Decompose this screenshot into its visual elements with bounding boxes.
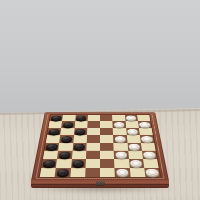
square-c2[interactable] xyxy=(71,159,86,168)
black-piece-b7[interactable] xyxy=(63,122,74,127)
square-h2[interactable] xyxy=(143,159,159,168)
board-front-edge xyxy=(31,180,169,188)
square-c7[interactable] xyxy=(74,121,87,128)
black-piece-a4[interactable] xyxy=(46,144,58,150)
wall-background xyxy=(0,0,200,120)
square-h7[interactable] xyxy=(138,121,152,128)
square-e5[interactable] xyxy=(100,135,114,143)
piece-ring xyxy=(50,130,58,133)
square-b2[interactable] xyxy=(56,159,71,168)
square-d3[interactable] xyxy=(86,151,100,159)
square-g1[interactable] xyxy=(129,168,145,177)
piece-ring xyxy=(59,170,68,174)
checkers-board xyxy=(31,112,169,181)
piece-ring xyxy=(118,170,126,174)
white-piece-g8[interactable] xyxy=(126,116,137,121)
square-d1[interactable] xyxy=(85,168,100,177)
square-a1[interactable] xyxy=(40,168,56,177)
square-e4[interactable] xyxy=(100,143,114,151)
black-piece-c2[interactable] xyxy=(72,160,84,166)
clasp-icon xyxy=(96,181,105,186)
square-a3[interactable] xyxy=(43,151,58,159)
piece-ring xyxy=(143,137,151,141)
square-b6[interactable] xyxy=(60,128,74,135)
square-h5[interactable] xyxy=(140,135,155,143)
square-g4[interactable] xyxy=(127,143,142,151)
square-a6[interactable] xyxy=(47,128,61,135)
square-f3[interactable] xyxy=(114,151,129,159)
square-f7[interactable] xyxy=(113,121,126,128)
square-b1[interactable] xyxy=(55,168,71,177)
square-h6[interactable] xyxy=(139,128,153,135)
square-h1[interactable] xyxy=(144,168,160,177)
square-d6[interactable] xyxy=(87,128,100,135)
piece-ring xyxy=(64,123,71,126)
square-h4[interactable] xyxy=(141,143,156,151)
piece-ring xyxy=(117,153,125,157)
black-piece-c6[interactable] xyxy=(75,129,86,134)
piece-ring xyxy=(128,116,135,119)
piece-ring xyxy=(63,137,71,141)
square-e6[interactable] xyxy=(100,128,113,135)
black-piece-b1[interactable] xyxy=(56,169,69,176)
photo-scene xyxy=(0,0,200,200)
black-piece-c4[interactable] xyxy=(74,144,86,150)
piece-ring xyxy=(141,123,148,126)
white-piece-f7[interactable] xyxy=(114,122,125,127)
white-piece-h7[interactable] xyxy=(139,122,150,127)
square-f1[interactable] xyxy=(115,168,130,177)
piece-ring xyxy=(132,161,140,165)
black-piece-a6[interactable] xyxy=(48,129,60,134)
square-b7[interactable] xyxy=(61,121,75,128)
square-c6[interactable] xyxy=(74,128,88,135)
board-perspective-wrap xyxy=(31,112,169,181)
black-piece-a8[interactable] xyxy=(51,116,62,121)
square-e3[interactable] xyxy=(100,151,114,159)
square-e1[interactable] xyxy=(100,168,115,177)
white-piece-f1[interactable] xyxy=(116,169,129,176)
square-f4[interactable] xyxy=(114,143,128,151)
piece-ring xyxy=(145,153,153,157)
white-piece-g2[interactable] xyxy=(130,160,143,166)
square-a5[interactable] xyxy=(46,135,61,143)
square-c3[interactable] xyxy=(71,151,86,159)
square-f6[interactable] xyxy=(113,128,127,135)
square-f5[interactable] xyxy=(113,135,127,143)
piece-ring xyxy=(45,161,53,165)
piece-ring xyxy=(48,145,56,149)
square-b4[interactable] xyxy=(58,143,73,151)
piece-ring xyxy=(148,170,157,174)
white-piece-g4[interactable] xyxy=(128,144,140,150)
square-g3[interactable] xyxy=(128,151,143,159)
white-piece-f5[interactable] xyxy=(114,136,125,142)
white-piece-g6[interactable] xyxy=(127,129,138,134)
square-h3[interactable] xyxy=(142,151,157,159)
square-g2[interactable] xyxy=(129,159,144,168)
black-piece-b5[interactable] xyxy=(61,136,73,142)
piece-ring xyxy=(78,116,85,119)
square-g6[interactable] xyxy=(126,128,140,135)
black-piece-b3[interactable] xyxy=(59,152,71,158)
piece-ring xyxy=(76,145,84,149)
piece-ring xyxy=(116,137,123,141)
white-piece-h1[interactable] xyxy=(145,169,158,176)
square-a4[interactable] xyxy=(44,143,59,151)
square-b3[interactable] xyxy=(57,151,72,159)
square-a7[interactable] xyxy=(48,121,62,128)
square-d4[interactable] xyxy=(86,143,100,151)
white-piece-h5[interactable] xyxy=(141,136,153,142)
piece-ring xyxy=(53,116,60,119)
square-f2[interactable] xyxy=(114,159,129,168)
piece-ring xyxy=(130,145,138,149)
square-b5[interactable] xyxy=(59,135,73,143)
white-piece-h3[interactable] xyxy=(143,152,155,158)
piece-ring xyxy=(61,153,69,157)
board-grid xyxy=(40,115,161,177)
black-piece-a2[interactable] xyxy=(43,160,56,166)
square-a2[interactable] xyxy=(41,159,57,168)
square-e7[interactable] xyxy=(100,121,113,128)
square-d7[interactable] xyxy=(87,121,100,128)
piece-ring xyxy=(74,161,82,165)
square-c4[interactable] xyxy=(72,143,86,151)
piece-ring xyxy=(77,130,84,133)
piece-ring xyxy=(129,130,136,133)
square-d2[interactable] xyxy=(85,159,100,168)
square-d5[interactable] xyxy=(86,135,100,143)
square-c5[interactable] xyxy=(73,135,87,143)
piece-ring xyxy=(116,123,123,126)
square-c1[interactable] xyxy=(70,168,85,177)
black-piece-c8[interactable] xyxy=(76,116,87,121)
square-e2[interactable] xyxy=(100,159,115,168)
square-g7[interactable] xyxy=(125,121,139,128)
square-g5[interactable] xyxy=(126,135,140,143)
white-piece-f3[interactable] xyxy=(115,152,127,158)
